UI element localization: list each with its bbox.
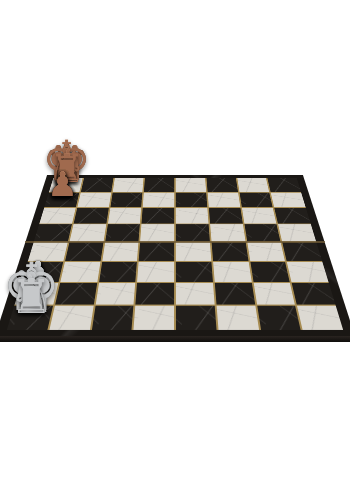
square-f8 [206,178,237,192]
chessboard [0,175,350,336]
square-g1 [257,306,301,330]
square-a1 [7,306,53,330]
square-b5 [69,224,105,241]
square-b2 [55,283,97,305]
square-c3 [99,262,137,282]
square-d5 [140,224,174,241]
square-a5 [34,224,72,241]
square-b7 [77,193,111,208]
square-b8 [81,178,113,192]
square-f2 [215,283,255,305]
square-d3 [137,262,174,282]
square-e2 [176,283,214,305]
square-c5 [105,224,140,241]
square-a6 [39,208,75,224]
board-grid [7,178,343,330]
square-d4 [139,242,174,260]
square-b6 [73,208,108,224]
square-a7 [44,193,79,208]
square-h8 [268,178,301,192]
square-c2 [95,283,135,305]
square-f6 [209,208,243,224]
square-h7 [271,193,306,208]
square-f4 [211,242,248,260]
square-d1 [134,306,174,330]
square-b1 [49,306,93,330]
square-h6 [274,208,310,224]
square-a2 [15,283,59,305]
square-e4 [176,242,211,260]
square-f3 [213,262,251,282]
square-f1 [216,306,258,330]
square-e7 [176,193,207,208]
square-h5 [278,224,316,241]
square-d6 [142,208,175,224]
square-g5 [244,224,280,241]
square-c6 [108,208,142,224]
square-e3 [176,262,213,282]
square-h4 [282,242,322,260]
square-f7 [207,193,239,208]
square-d7 [143,193,174,208]
square-c7 [110,193,142,208]
square-e5 [176,224,210,241]
square-h2 [292,283,336,305]
board-fold-seam [25,241,324,243]
square-g8 [237,178,269,192]
square-g6 [242,208,277,224]
square-g4 [247,242,285,260]
square-c1 [91,306,133,330]
square-b3 [60,262,100,282]
square-a8 [49,178,82,192]
square-c8 [112,178,143,192]
board-front-edge [0,336,350,342]
square-a3 [22,262,63,282]
square-f5 [210,224,245,241]
square-g3 [250,262,290,282]
square-h1 [297,306,343,330]
square-d2 [136,283,174,305]
square-c4 [102,242,139,260]
product-photo: ♜♞♝♛♚♝♞♜♟♟♟♟♟♟♟♟♟♟♟♟♟♟♟♟♜♞♝♛♚♝♞♜ [0,0,350,477]
square-e8 [176,178,206,192]
square-e1 [176,306,216,330]
square-b4 [65,242,103,260]
square-d8 [144,178,174,192]
square-h3 [287,262,328,282]
square-a4 [28,242,68,260]
square-g7 [239,193,273,208]
square-e6 [176,208,209,224]
square-g2 [253,283,295,305]
